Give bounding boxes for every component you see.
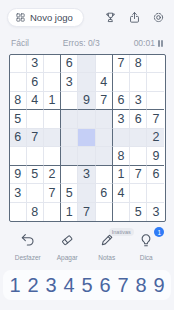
cell-r2c5[interactable]: [78, 73, 95, 91]
cell-r6c2[interactable]: [27, 147, 44, 165]
numpad-key-7[interactable]: 7: [116, 273, 129, 297]
cell-r3c4[interactable]: [61, 92, 78, 110]
cell-r8c5[interactable]: [78, 184, 95, 202]
cell-r2c9[interactable]: [147, 73, 164, 91]
notes-label: Notas: [98, 254, 115, 261]
cell-r2c4[interactable]: 3: [61, 73, 78, 91]
hint-button[interactable]: 1 Dica: [129, 232, 163, 261]
cell-r7c2[interactable]: 5: [27, 166, 44, 184]
cell-r5c5[interactable]: [78, 129, 95, 147]
cell-r2c2[interactable]: 6: [27, 73, 44, 91]
pause-icon[interactable]: [158, 40, 163, 47]
difficulty-label: Fácil: [11, 38, 29, 48]
hint-label: Dica: [140, 254, 153, 261]
cell-r5c2[interactable]: 7: [27, 129, 44, 147]
cell-r2c1[interactable]: [10, 73, 27, 91]
cell-r8c2[interactable]: [27, 184, 44, 202]
numpad-key-2[interactable]: 2: [26, 273, 39, 297]
cell-r7c1[interactable]: 9: [10, 166, 27, 184]
cell-r4c8[interactable]: 6: [130, 110, 147, 128]
cell-r7c4[interactable]: [61, 166, 78, 184]
hint-count-badge: 1: [154, 227, 164, 237]
cell-r6c7[interactable]: 8: [113, 147, 130, 165]
cell-r9c6[interactable]: [96, 203, 113, 221]
cell-r6c5[interactable]: [78, 147, 95, 165]
cell-r8c1[interactable]: 3: [10, 184, 27, 202]
cell-r3c8[interactable]: 3: [130, 92, 147, 110]
cell-r1c5[interactable]: [78, 55, 95, 73]
cell-r9c8[interactable]: 5: [130, 203, 147, 221]
erase-label: Apagar: [57, 254, 78, 261]
cell-r9c2[interactable]: 8: [27, 203, 44, 221]
numpad-key-4[interactable]: 4: [62, 273, 75, 297]
numpad-key-3[interactable]: 3: [44, 273, 57, 297]
new-game-label: Novo jogo: [30, 12, 73, 23]
numpad-key-9[interactable]: 9: [152, 273, 165, 297]
cell-r3c7[interactable]: 6: [113, 92, 130, 110]
cell-r3c9[interactable]: [147, 92, 164, 110]
cell-r5c7[interactable]: [113, 129, 130, 147]
settings-icon[interactable]: [152, 11, 165, 24]
share-icon[interactable]: [128, 11, 141, 24]
cell-r8c8[interactable]: [130, 184, 147, 202]
cell-r5c4[interactable]: [61, 129, 78, 147]
sudoku-board: 3678634841976353676728995231763756481753: [9, 54, 166, 222]
cell-r6c8[interactable]: [130, 147, 147, 165]
cell-r8c7[interactable]: 4: [113, 184, 130, 202]
cell-r9c5[interactable]: 7: [78, 203, 95, 221]
cell-r6c4[interactable]: [61, 147, 78, 165]
trophy-icon[interactable]: [104, 11, 117, 24]
cell-r4c4[interactable]: [61, 110, 78, 128]
numpad: 123456789: [3, 270, 171, 300]
new-game-button[interactable]: Novo jogo: [7, 8, 84, 27]
cell-r1c3[interactable]: [44, 55, 61, 73]
cell-r4c7[interactable]: 3: [113, 110, 130, 128]
bulb-icon: [138, 232, 154, 252]
app-header: Novo jogo: [0, 0, 174, 27]
cell-r3c6[interactable]: 7: [96, 92, 113, 110]
cell-r2c7[interactable]: [113, 73, 130, 91]
undo-button[interactable]: Desfazer: [11, 232, 45, 261]
cell-r4c6[interactable]: [96, 110, 113, 128]
erase-button[interactable]: Apagar: [50, 232, 84, 261]
cell-r8c6[interactable]: 6: [96, 184, 113, 202]
cell-r3c3[interactable]: 1: [44, 92, 61, 110]
cell-r9c9[interactable]: 3: [147, 203, 164, 221]
cell-r2c8[interactable]: [130, 73, 147, 91]
cell-r1c1[interactable]: [10, 55, 27, 73]
undo-icon: [20, 232, 36, 252]
cell-r6c3[interactable]: [44, 147, 61, 165]
cell-r7c5[interactable]: 3: [78, 166, 95, 184]
cell-r5c8[interactable]: [130, 129, 147, 147]
cell-r4c9[interactable]: 7: [147, 110, 164, 128]
numpad-key-6[interactable]: 6: [98, 273, 111, 297]
cell-r6c1[interactable]: [10, 147, 27, 165]
status-bar: Fácil Erros: 0/3 00:01: [0, 27, 174, 53]
timer-value: 00:01: [134, 38, 155, 48]
cell-r5c1[interactable]: 6: [10, 129, 27, 147]
cell-r1c7[interactable]: 7: [113, 55, 130, 73]
cell-r8c3[interactable]: 7: [44, 184, 61, 202]
cell-r1c2[interactable]: 3: [27, 55, 44, 73]
cell-r7c6[interactable]: [96, 166, 113, 184]
numpad-key-1[interactable]: 1: [8, 273, 21, 297]
cell-r4c2[interactable]: [27, 110, 44, 128]
cell-r9c1[interactable]: [10, 203, 27, 221]
errors-counter: Erros: 0/3: [63, 38, 100, 48]
cell-r4c3[interactable]: [44, 110, 61, 128]
numpad-key-5[interactable]: 5: [80, 273, 93, 297]
eraser-icon: [59, 232, 75, 252]
cell-r1c6[interactable]: [96, 55, 113, 73]
cell-r7c3[interactable]: 2: [44, 166, 61, 184]
toolbar: Desfazer Apagar Inativas Notas 1: [0, 222, 174, 261]
undo-label: Desfazer: [15, 254, 41, 261]
cell-r7c7[interactable]: 1: [113, 166, 130, 184]
numpad-key-8[interactable]: 8: [134, 273, 147, 297]
cell-r5c6[interactable]: [96, 129, 113, 147]
cell-r1c9[interactable]: [147, 55, 164, 73]
cell-r4c5[interactable]: [78, 110, 95, 128]
cell-r1c4[interactable]: 6: [61, 55, 78, 73]
cell-r3c5[interactable]: 9: [78, 92, 95, 110]
cell-r6c9[interactable]: 9: [147, 147, 164, 165]
grid-icon: [15, 12, 26, 23]
cell-r8c4[interactable]: 5: [61, 184, 78, 202]
cell-r2c3[interactable]: [44, 73, 61, 91]
cell-r7c9[interactable]: 6: [147, 166, 164, 184]
cell-r9c7[interactable]: [113, 203, 130, 221]
cell-r3c2[interactable]: 4: [27, 92, 44, 110]
cell-r9c3[interactable]: [44, 203, 61, 221]
cell-r7c8[interactable]: 7: [130, 166, 147, 184]
cell-r4c1[interactable]: 5: [10, 110, 27, 128]
cell-r8c9[interactable]: [147, 184, 164, 202]
cell-r6c6[interactable]: [96, 147, 113, 165]
notes-button[interactable]: Inativas Notas: [90, 232, 124, 261]
cell-r5c3[interactable]: [44, 129, 61, 147]
cell-r1c8[interactable]: 8: [130, 55, 147, 73]
cell-r5c9[interactable]: 2: [147, 129, 164, 147]
cell-r2c6[interactable]: 4: [96, 73, 113, 91]
cell-r9c4[interactable]: 1: [61, 203, 78, 221]
cell-r3c1[interactable]: 8: [10, 92, 27, 110]
